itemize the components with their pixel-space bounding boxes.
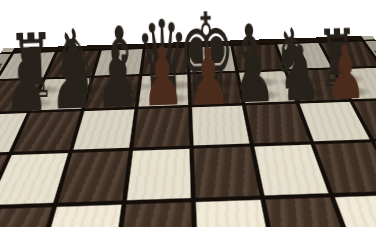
piece-black-pawn-c7[interactable]: ♟: [94, 37, 140, 121]
piece-black-pawn-a7[interactable]: ♟: [2, 38, 49, 125]
piece-black-pawn-b7[interactable]: ♟: [48, 37, 94, 122]
piece-black-pawn-f7[interactable]: ♟: [233, 36, 276, 115]
piece-black-pawn-g7[interactable]: ♟: [279, 35, 321, 113]
piece-black-pawn-e7[interactable]: ♟: [186, 36, 230, 117]
chess-set-photo: 887766554433 ♜♞♝♛♚♝♞♜♟♟♟♟♟♟♟♟: [0, 0, 376, 227]
piece-black-pawn-d7[interactable]: ♟: [140, 37, 185, 119]
board-perspective-wrapper: 887766554433 ♜♞♝♛♚♝♞♜♟♟♟♟♟♟♟♟: [0, 0, 376, 227]
piece-black-pawn-h7[interactable]: ♟: [325, 35, 367, 111]
piece-layer: ♜♞♝♛♚♝♞♜♟♟♟♟♟♟♟♟: [0, 0, 376, 227]
